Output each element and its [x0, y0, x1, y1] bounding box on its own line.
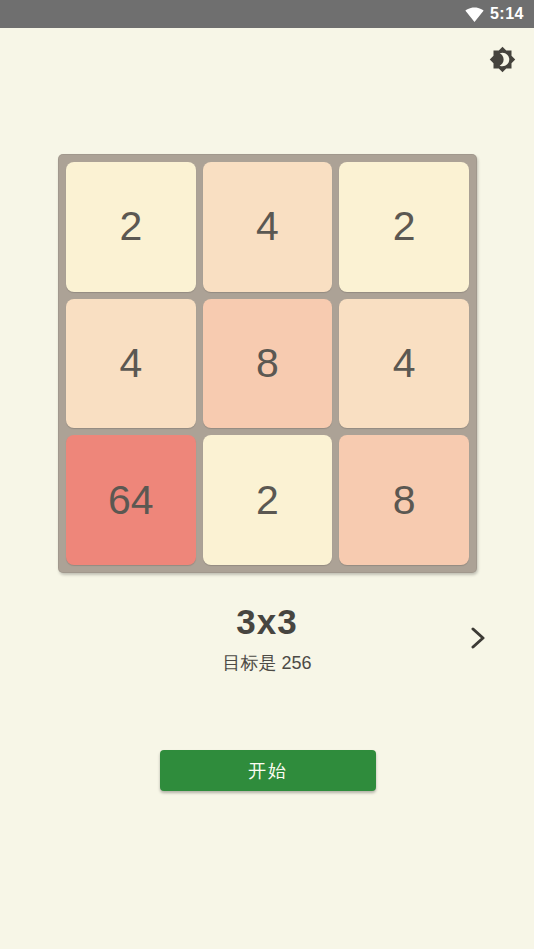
brightness-theme-icon: [489, 46, 516, 73]
status-bar: 5:14: [0, 0, 534, 28]
tile-r1c2: 4: [203, 162, 333, 292]
wifi-icon: [465, 5, 484, 24]
tile-r2c3: 4: [339, 299, 469, 429]
theme-toggle-button[interactable]: [481, 38, 523, 80]
start-button[interactable]: 开始: [160, 750, 376, 791]
status-time: 5:14: [490, 5, 524, 23]
level-goal-text: 目标是 256: [0, 651, 534, 675]
tile-r2c1: 4: [66, 299, 196, 429]
app-screen: 5:14 2424846428 3x3 目标是 256 开始: [0, 0, 534, 949]
tile-r2c2: 8: [203, 299, 333, 429]
tile-r1c1: 2: [66, 162, 196, 292]
board[interactable]: 2424846428: [58, 154, 477, 573]
tile-r3c2: 2: [203, 435, 333, 565]
next-level-button[interactable]: [458, 618, 498, 658]
tile-r3c1: 64: [66, 435, 196, 565]
level-selector: 3x3 目标是 256: [0, 602, 534, 675]
tile-r3c3: 8: [339, 435, 469, 565]
tile-r1c3: 2: [339, 162, 469, 292]
chevron-right-icon: [471, 627, 485, 649]
level-title: 3x3: [0, 602, 534, 642]
